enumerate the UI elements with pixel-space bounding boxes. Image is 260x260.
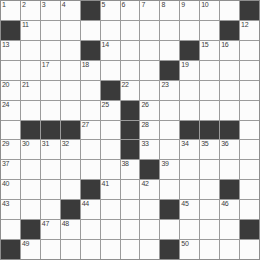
grid-cell[interactable] [61,160,80,179]
clue-number: 30 [22,140,29,148]
grid-cell[interactable]: 2 [21,1,40,20]
clue-number: 28 [141,121,148,129]
grid-cell[interactable] [101,200,120,219]
grid-cell[interactable]: 46 [220,200,239,219]
grid-cell[interactable] [21,61,40,80]
clue-number: 5 [102,1,106,9]
grid-cell[interactable] [41,160,60,179]
grid-cell[interactable]: 22 [121,81,140,100]
grid-cell[interactable] [180,180,199,199]
grid-cell[interactable] [180,21,199,40]
black-cell [220,21,239,40]
clue-number: 19 [181,61,188,69]
clue-number: 46 [221,200,228,208]
grid-cell[interactable] [140,41,159,60]
clue-number: 25 [102,101,109,109]
grid-cell[interactable]: 48 [61,220,80,239]
grid-cell[interactable]: 39 [160,160,179,179]
grid-cell[interactable] [41,21,60,40]
grid-cell[interactable] [121,220,140,239]
grid-cell[interactable] [81,140,100,159]
clue-number: 49 [22,240,29,248]
grid-cell[interactable]: 47 [41,220,60,239]
grid-cell[interactable] [200,61,219,80]
grid-cell[interactable]: 19 [180,61,199,80]
clue-number: 40 [2,180,9,188]
grid-cell[interactable]: 35 [200,140,219,159]
grid-cell[interactable] [220,220,239,239]
grid-cell[interactable]: 18 [81,61,100,80]
black-cell [160,200,179,219]
clue-number: 20 [2,81,9,89]
grid-cell[interactable] [1,61,20,80]
grid-cell[interactable] [21,101,40,120]
clue-number: 24 [2,101,9,109]
clue-number: 45 [181,200,188,208]
grid-cell[interactable] [220,61,239,80]
grid-cell[interactable]: 44 [81,200,100,219]
grid-cell[interactable]: 10 [200,1,219,20]
clue-number: 34 [181,140,188,148]
grid-cell[interactable] [220,81,239,100]
grid-cell[interactable] [140,220,159,239]
black-cell [220,121,239,140]
grid-cell[interactable]: 36 [220,140,239,159]
grid-cell[interactable]: 32 [61,140,80,159]
clue-number: 12 [241,21,248,29]
grid-cell[interactable]: 23 [160,81,179,100]
black-cell [160,240,179,259]
grid-cell[interactable]: 12 [240,21,259,40]
clue-number: 48 [62,220,69,228]
grid-cell[interactable] [160,220,179,239]
clue-number: 3 [42,1,46,9]
clue-number: 39 [161,160,168,168]
grid-cell[interactable] [240,121,259,140]
grid-cell[interactable]: 50 [180,240,199,259]
grid-cell[interactable]: 45 [180,200,199,219]
grid-cell[interactable]: 11 [21,21,40,40]
clue-number: 8 [161,1,165,9]
grid-cell[interactable] [101,21,120,40]
grid-cell[interactable]: 41 [101,180,120,199]
grid-cell[interactable] [61,61,80,80]
grid-cell[interactable]: 9 [180,1,199,20]
black-cell [81,180,100,199]
grid-cell[interactable]: 42 [140,180,159,199]
grid-cell[interactable]: 34 [180,140,199,159]
clue-number: 50 [181,240,188,248]
grid-cell[interactable] [61,41,80,60]
grid-cell[interactable]: 3 [41,1,60,20]
grid-cell[interactable] [200,101,219,120]
grid-cell[interactable]: 5 [101,1,120,20]
grid-cell[interactable] [240,41,259,60]
grid-cell[interactable] [61,180,80,199]
grid-cell[interactable] [140,240,159,259]
clue-number: 22 [122,81,129,89]
grid-cell[interactable]: 49 [21,240,40,259]
grid-cell[interactable] [41,200,60,219]
grid-cell[interactable] [160,101,179,120]
crossword-grid: 1234567891011121314151617181920212223242… [0,0,260,260]
grid-cell[interactable] [180,220,199,239]
clue-number: 9 [181,1,185,9]
grid-cell[interactable] [220,240,239,259]
grid-cell[interactable]: 25 [101,101,120,120]
grid-cell[interactable] [220,160,239,179]
grid-cell[interactable] [121,41,140,60]
grid-cell[interactable] [61,81,80,100]
black-cell [1,21,20,40]
black-cell [121,121,140,140]
grid-cell[interactable]: 38 [121,160,140,179]
clue-number: 7 [141,1,145,9]
grid-cell[interactable]: 15 [200,41,219,60]
clue-number: 14 [102,41,109,49]
clue-number: 2 [22,1,26,9]
clue-number: 1 [2,1,6,9]
clue-number: 32 [62,140,69,148]
grid-cell[interactable] [121,180,140,199]
black-cell [220,180,239,199]
grid-cell[interactable]: 30 [21,140,40,159]
grid-cell[interactable] [240,101,259,120]
black-cell [81,1,100,20]
grid-cell[interactable] [1,220,20,239]
grid-cell[interactable]: 1 [1,1,20,20]
grid-cell[interactable] [140,200,159,219]
grid-cell[interactable]: 31 [41,140,60,159]
grid-cell[interactable] [21,41,40,60]
clue-number: 37 [2,160,9,168]
grid-cell[interactable]: 29 [1,140,20,159]
grid-cell[interactable]: 28 [140,121,159,140]
grid-cell[interactable] [121,200,140,219]
grid-cell[interactable] [180,101,199,120]
grid-cell[interactable]: 16 [220,41,239,60]
grid-cell[interactable] [140,81,159,100]
grid-cell[interactable]: 17 [41,61,60,80]
grid-cell[interactable]: 20 [1,81,20,100]
grid-cell[interactable] [81,220,100,239]
clue-number: 26 [141,101,148,109]
grid-cell[interactable] [240,61,259,80]
grid-cell[interactable]: 14 [101,41,120,60]
black-cell [21,121,40,140]
grid-cell[interactable] [41,81,60,100]
grid-cell[interactable] [160,121,179,140]
grid-cell[interactable]: 4 [61,1,80,20]
grid-cell[interactable] [21,180,40,199]
grid-cell[interactable] [41,41,60,60]
grid-cell[interactable] [240,180,259,199]
grid-cell[interactable]: 13 [1,41,20,60]
grid-cell[interactable] [200,180,219,199]
grid-cell[interactable]: 40 [1,180,20,199]
grid-cell[interactable] [81,81,100,100]
black-cell [121,140,140,159]
grid-cell[interactable]: 26 [140,101,159,120]
grid-cell[interactable] [41,101,60,120]
grid-cell[interactable] [41,180,60,199]
grid-cell[interactable]: 24 [1,101,20,120]
grid-cell[interactable] [240,240,259,259]
black-cell [61,200,80,219]
grid-cell[interactable]: 33 [140,140,159,159]
black-cell [21,220,40,239]
grid-cell[interactable] [240,160,259,179]
grid-cell[interactable] [140,61,159,80]
grid-cell[interactable] [180,160,199,179]
clue-number: 11 [22,21,29,29]
grid-cell[interactable] [121,240,140,259]
black-cell [101,81,120,100]
clue-number: 44 [82,200,89,208]
grid-cell[interactable]: 27 [81,121,100,140]
grid-cell[interactable] [200,21,219,40]
clue-number: 47 [42,220,49,228]
grid-cell[interactable] [81,240,100,259]
clue-number: 17 [42,61,49,69]
clue-number: 29 [2,140,9,148]
grid-cell[interactable] [21,200,40,219]
clue-number: 23 [161,81,168,89]
grid-cell[interactable] [240,200,259,219]
grid-cell[interactable]: 21 [21,81,40,100]
clue-number: 15 [201,41,208,49]
grid-cell[interactable] [200,81,219,100]
clue-number: 16 [221,41,228,49]
grid-cell[interactable] [121,61,140,80]
clue-number: 4 [62,1,66,9]
grid-cell[interactable]: 6 [121,1,140,20]
grid-cell[interactable]: 43 [1,200,20,219]
grid-cell[interactable] [101,160,120,179]
grid-cell[interactable] [41,240,60,259]
clue-number: 31 [42,140,49,148]
black-cell [61,121,80,140]
clue-number: 21 [22,81,29,89]
grid-cell[interactable] [101,121,120,140]
grid-cell[interactable] [140,21,159,40]
black-cell [180,121,199,140]
clue-number: 38 [122,160,129,168]
grid-cell[interactable] [180,81,199,100]
clue-number: 13 [2,41,9,49]
grid-cell[interactable] [200,200,219,219]
grid-cell[interactable] [101,240,120,259]
black-cell [180,41,199,60]
grid-cell[interactable] [160,21,179,40]
clue-number: 6 [122,1,126,9]
black-cell [81,41,100,60]
grid-cell[interactable] [101,220,120,239]
clue-number: 10 [201,1,208,9]
clue-number: 33 [141,140,148,148]
grid-cell[interactable] [200,220,219,239]
clue-number: 27 [82,121,89,129]
clue-number: 42 [141,180,148,188]
grid-cell[interactable] [21,160,40,179]
grid-cell[interactable]: 7 [140,1,159,20]
grid-cell[interactable] [160,180,179,199]
grid-cell[interactable] [61,21,80,40]
clue-number: 35 [201,140,208,148]
grid-cell[interactable] [101,61,120,80]
grid-cell[interactable] [61,101,80,120]
grid-cell[interactable] [160,41,179,60]
black-cell [121,101,140,120]
black-cell [1,240,20,259]
grid-cell[interactable] [200,240,219,259]
grid-cell[interactable] [1,121,20,140]
grid-cell[interactable] [220,101,239,120]
grid-cell[interactable] [81,21,100,40]
grid-cell[interactable]: 8 [160,1,179,20]
grid-cell[interactable]: 37 [1,160,20,179]
grid-cell[interactable] [220,1,239,20]
grid-cell[interactable] [101,140,120,159]
clue-number: 36 [221,140,228,148]
grid-cell[interactable] [240,140,259,159]
grid-cell[interactable] [81,160,100,179]
black-cell [240,220,259,239]
clue-number: 18 [82,61,89,69]
clue-number: 41 [102,180,109,188]
grid-cell[interactable] [160,140,179,159]
grid-cell[interactable] [121,21,140,40]
grid-cell[interactable] [81,101,100,120]
grid-cell[interactable] [61,240,80,259]
black-cell [160,61,179,80]
black-cell [240,1,259,20]
grid-cell[interactable] [200,160,219,179]
grid-cell[interactable] [240,81,259,100]
black-cell [200,121,219,140]
clue-number: 43 [2,200,9,208]
black-cell [41,121,60,140]
black-cell [140,160,159,179]
